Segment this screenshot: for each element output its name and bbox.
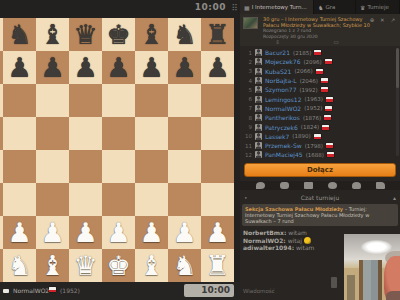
black-pawn[interactable]: ♟: [106, 51, 130, 84]
chat-announcement: Sekcja Szachowa Pałacu Młodzieży – Turni…: [242, 204, 398, 226]
square-c4[interactable]: [36, 150, 69, 183]
square-e6[interactable]: [102, 84, 135, 117]
tab-game-label: Gra: [325, 4, 335, 10]
poland-flag-icon: [321, 87, 328, 92]
knight-icon: ♞: [318, 4, 323, 11]
poland-flag-icon: [321, 78, 328, 83]
rank: 4: [244, 78, 252, 84]
black-king[interactable]: ♚: [106, 18, 130, 51]
square-h1[interactable]: ♜: [201, 249, 234, 282]
white-knight[interactable]: ♞: [172, 249, 196, 282]
trophy-icon: ♛: [360, 4, 365, 11]
rating: (1963): [304, 96, 322, 102]
rank: 12: [244, 152, 252, 158]
tournament-title[interactable]: 30 gru – I Internetowy Turniej Szachowy …: [263, 16, 371, 28]
avatar: [255, 142, 262, 149]
avatar: [255, 86, 262, 93]
player-link[interactable]: KubaS21: [265, 68, 291, 75]
rank: 8: [244, 115, 252, 121]
square-g7[interactable]: ♟: [168, 51, 201, 84]
smiley-emoji-icon: [304, 237, 311, 244]
black-pawn[interactable]: ♟: [139, 51, 163, 84]
square-f2[interactable]: ♟: [135, 216, 168, 249]
square-e3[interactable]: [102, 183, 135, 216]
chat-username[interactable]: adiwalter1094:: [243, 244, 294, 251]
square-c3[interactable]: [36, 183, 69, 216]
player-link[interactable]: Bacur21: [265, 49, 290, 56]
square-e7[interactable]: ♟: [102, 51, 135, 84]
tournament-info-panel: 30 gru – I Internetowy Turniej Szachowy …: [240, 14, 400, 46]
square-d4[interactable]: [69, 150, 102, 183]
rank: 2: [244, 59, 252, 65]
poland-flag-icon: [324, 115, 331, 120]
rating: (1992): [299, 87, 317, 93]
avatar: [255, 105, 262, 112]
rating: (1890): [292, 133, 310, 139]
square-c2[interactable]: ♟: [36, 216, 69, 249]
player-link[interactable]: Patryczek6: [265, 124, 298, 131]
square-e8[interactable]: ♚: [102, 18, 135, 51]
standings-row: 2Mojeczek76(2096): [244, 57, 396, 66]
poland-flag-icon: [326, 143, 333, 148]
player-link[interactable]: Mojeczek76: [265, 58, 300, 65]
tab-game[interactable]: ♞ Gra: [314, 0, 356, 14]
bottom-bar: NormalWO2 (1952) 10:00: [0, 282, 240, 300]
square-d1[interactable]: ♛: [69, 249, 102, 282]
rating: (1798): [305, 143, 323, 149]
square-f5[interactable]: [135, 117, 168, 150]
join-button[interactable]: Dołącz: [244, 163, 396, 177]
square-c5[interactable]: [36, 117, 69, 150]
square-h5[interactable]: [201, 117, 234, 150]
white-pawn[interactable]: ♟: [205, 216, 229, 249]
white-pawn[interactable]: ♟: [7, 216, 31, 249]
white-rook[interactable]: ♜: [205, 249, 229, 282]
player-link[interactable]: NorBajta-L: [265, 77, 297, 84]
webcam-furniture: [347, 275, 355, 300]
standings-row: 11Przemek-Sw(1798): [244, 141, 396, 150]
panel-action-icons[interactable]: ⊕ ✕ ↗: [370, 17, 397, 23]
square-e5[interactable]: [102, 117, 135, 150]
avatar: [255, 77, 262, 84]
square-d8[interactable]: ♛: [69, 18, 102, 51]
webcam-person-shoulder: [386, 291, 400, 300]
rating: (2185): [293, 50, 311, 56]
player-link[interactable]: Lassek7: [265, 133, 289, 140]
chess-board[interactable]: ♜♞♝♛♚♝♞♜♟♟♟♟♟♟♟♟♟♟♟♟♟♟♟♟♜♞♝♛♚♝♞♜: [0, 18, 234, 282]
chat-header-label: Czat turnieju: [240, 194, 400, 201]
poland-flag-icon: [314, 134, 321, 139]
player-rating: (1952): [60, 287, 80, 294]
standings-row: 3KubaS21(2066): [244, 67, 396, 76]
chat-channel-bar: [240, 181, 400, 190]
chat-icon[interactable]: [256, 182, 265, 189]
square-d3[interactable]: [69, 183, 102, 216]
square-g1[interactable]: ♞: [168, 249, 201, 282]
global-icon[interactable]: [328, 182, 337, 189]
standings-row: 5Szymon77(1992): [244, 85, 396, 94]
square-f3[interactable]: [135, 183, 168, 216]
poland-flag-icon: [322, 125, 329, 130]
board-icon: ▦: [244, 4, 250, 11]
app-window: 10:00 ⠿ ♜♞♝♛♚♝♞♜♟♟♟♟♟♟♟♟♟♟♟♟♟♟♟♟♜♞♝♛♚♝♞♜…: [0, 0, 400, 300]
rating: (1876): [303, 115, 321, 121]
square-b5[interactable]: [3, 117, 36, 150]
standings-row: 8Pantherikos(1876): [244, 113, 396, 122]
square-h8[interactable]: ♜: [201, 18, 234, 51]
white-pawn[interactable]: ♟: [106, 216, 130, 249]
standings-row: 1Bacur21(2185): [244, 48, 396, 57]
avatar: [255, 68, 262, 75]
square-f7[interactable]: ♟: [135, 51, 168, 84]
white-pawn[interactable]: ♟: [172, 216, 196, 249]
square-e4[interactable]: [102, 150, 135, 183]
standings-row: 4NorBajta-L(2046): [244, 76, 396, 85]
square-g4[interactable]: [168, 150, 201, 183]
player-name[interactable]: NormalWO2: [13, 287, 49, 294]
tournament-thumbnail: [243, 17, 258, 29]
poland-flag-icon: [316, 69, 323, 74]
tab-tournaments[interactable]: ♛ Turnieje: [356, 0, 400, 14]
square-d2[interactable]: ♟: [69, 216, 102, 249]
poland-flag-icon: [327, 152, 334, 157]
board-menu-icon[interactable]: ⠿: [231, 2, 238, 14]
white-bishop[interactable]: ♝: [40, 249, 64, 282]
square-b7[interactable]: ♟: [3, 51, 36, 84]
rank: 11: [244, 143, 252, 149]
avatar: [255, 124, 262, 131]
black-pawn[interactable]: ♟: [73, 51, 97, 84]
standings-row: 9Patryczek6(1824): [244, 122, 396, 131]
square-h4[interactable]: [201, 150, 234, 183]
poland-flag-icon: [314, 50, 321, 55]
square-f8[interactable]: ♝: [135, 18, 168, 51]
webcam-feed: [344, 234, 400, 300]
avatar: [255, 58, 262, 65]
square-c8[interactable]: ♝: [36, 18, 69, 51]
rank: 1: [244, 50, 252, 56]
black-bishop[interactable]: ♝: [139, 18, 163, 51]
white-pawn[interactable]: ♟: [73, 216, 97, 249]
chat-username[interactable]: NormalWO2:: [243, 237, 286, 244]
black-queen[interactable]: ♛: [73, 18, 97, 51]
avatar: [255, 151, 262, 158]
board-viewport: ♜♞♝♛♚♝♞♜♟♟♟♟♟♟♟♟♟♟♟♟♟♟♟♟♜♞♝♛♚♝♞♜: [0, 18, 240, 282]
square-g2[interactable]: ♟: [168, 216, 201, 249]
tab-bar: ▦ I Internetowy Turn... ♞ Gra ♛ Turnieje: [240, 0, 400, 14]
square-f4[interactable]: [135, 150, 168, 183]
white-queen[interactable]: ♛: [73, 249, 97, 282]
standings-row: 6Lemingos12(1963): [244, 94, 396, 103]
rating: (2096): [303, 59, 321, 65]
rank: 3: [244, 68, 252, 74]
standings-list: 1Bacur21(2185)2Mojeczek76(2096)3KubaS21(…: [240, 46, 400, 160]
white-knight[interactable]: ♞: [7, 249, 31, 282]
poland-flag-icon: [49, 287, 56, 292]
square-f6[interactable]: [135, 84, 168, 117]
player-link[interactable]: Szymon77: [265, 86, 296, 93]
rank: 6: [244, 96, 252, 102]
events-icon[interactable]: [376, 182, 385, 189]
chat-text: witam: [294, 244, 314, 251]
chat-header: • Czat turnieju ▴: [240, 192, 400, 202]
webcam-wardrobe: [359, 260, 383, 300]
rating: (1688): [306, 152, 324, 158]
square-h3[interactable]: [201, 183, 234, 216]
square-b8[interactable]: ♞: [3, 18, 36, 51]
resize-handle[interactable]: [331, 277, 337, 288]
black-knight[interactable]: ♞: [7, 18, 31, 51]
square-d5[interactable]: [69, 117, 102, 150]
scrollbar-thumb[interactable]: [396, 48, 399, 88]
panel-sub-icons[interactable]: ⇩ ▭: [240, 39, 400, 45]
rating: (2066): [294, 68, 312, 74]
poland-flag-icon: [326, 97, 333, 102]
chat-input[interactable]: Wiadomość: [243, 288, 275, 294]
square-b1[interactable]: ♞: [3, 249, 36, 282]
rank: 10: [244, 133, 252, 139]
player-link[interactable]: PanMaciej45: [265, 151, 303, 158]
black-pawn[interactable]: ♟: [7, 51, 31, 84]
white-king[interactable]: ♚: [106, 249, 130, 282]
black-pawn[interactable]: ♟: [40, 51, 64, 84]
square-e2[interactable]: ♟: [102, 216, 135, 249]
tab-tournaments-label: Turnieje: [367, 4, 388, 10]
rank: 7: [244, 105, 252, 111]
square-d6[interactable]: [69, 84, 102, 117]
opponent-clock: 10:00: [195, 2, 226, 12]
poland-flag-icon: [325, 59, 332, 64]
black-bishop[interactable]: ♝: [40, 18, 64, 51]
player-link[interactable]: Pantherikos: [265, 114, 300, 121]
square-c1[interactable]: ♝: [36, 249, 69, 282]
square-f1[interactable]: ♝: [135, 249, 168, 282]
square-c7[interactable]: ♟: [36, 51, 69, 84]
players-icon[interactable]: [280, 182, 289, 189]
square-h2[interactable]: ♟: [201, 216, 234, 249]
poland-flag-icon: [325, 106, 332, 111]
avatar: [255, 133, 262, 140]
chat-username[interactable]: NorbertBmx:: [243, 229, 286, 236]
standings-row: 10Lassek7(1890): [244, 132, 396, 141]
square-b6[interactable]: [3, 84, 36, 117]
square-g5[interactable]: [168, 117, 201, 150]
square-h6[interactable]: [201, 84, 234, 117]
rating: (1824): [301, 124, 319, 130]
black-knight[interactable]: ♞: [172, 18, 196, 51]
rating: (2046): [300, 78, 318, 84]
square-d7[interactable]: ♟: [69, 51, 102, 84]
club-icon[interactable]: [304, 182, 313, 189]
square-g8[interactable]: ♞: [168, 18, 201, 51]
avatar: [255, 114, 262, 121]
tab-tournament[interactable]: ▦ I Internetowy Turn...: [240, 0, 314, 14]
top-bar: 10:00 ⠿: [0, 0, 240, 18]
square-b3[interactable]: [3, 183, 36, 216]
rank: 5: [244, 87, 252, 93]
square-e1[interactable]: ♚: [102, 249, 135, 282]
black-pawn[interactable]: ♟: [205, 51, 229, 84]
standings-row: 12PanMaciej45(1688): [244, 150, 396, 159]
chat-text: witam: [286, 229, 306, 236]
notifications-icon[interactable]: [352, 182, 361, 189]
chat-pin-icon[interactable]: ▴: [393, 194, 396, 201]
avatar: [255, 49, 262, 56]
chat-text: witaj: [286, 237, 304, 244]
tab-tournament-label: I Internetowy Turn...: [252, 4, 307, 10]
player-link[interactable]: Przemek-Sw: [265, 142, 302, 149]
square-b2[interactable]: ♟: [3, 216, 36, 249]
white-bishop[interactable]: ♝: [139, 249, 163, 282]
rank: 9: [244, 124, 252, 130]
black-pawn[interactable]: ♟: [172, 51, 196, 84]
player-clock-active: 10:00: [184, 284, 234, 297]
square-g6[interactable]: [168, 84, 201, 117]
square-c6[interactable]: [36, 84, 69, 117]
square-h7[interactable]: ♟: [201, 51, 234, 84]
player-link[interactable]: NormalWO2: [265, 105, 301, 112]
square-g3[interactable]: [168, 183, 201, 216]
white-pawn[interactable]: ♟: [139, 216, 163, 249]
player-link[interactable]: Lemingos12: [265, 96, 301, 103]
rating: (1952): [304, 105, 322, 111]
white-color-indicator-icon: [3, 289, 9, 293]
square-b4[interactable]: [3, 150, 36, 183]
white-pawn[interactable]: ♟: [40, 216, 64, 249]
black-rook[interactable]: ♜: [205, 18, 229, 51]
standings-row: 7NormalWO2(1952): [244, 104, 396, 113]
avatar: [255, 96, 262, 103]
board-pane: 10:00 ⠿ ♜♞♝♛♚♝♞♜♟♟♟♟♟♟♟♟♟♟♟♟♟♟♟♟♜♞♝♛♚♝♞♜…: [0, 0, 240, 300]
